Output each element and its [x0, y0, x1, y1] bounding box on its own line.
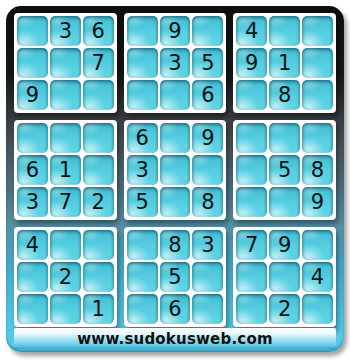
cell-r5c6[interactable]: [192, 155, 223, 185]
cell-r9c5[interactable]: 6: [160, 294, 191, 324]
sudoku-box-2-2: 69358: [124, 120, 227, 220]
footer-bar: www.sudokusweb.com: [14, 328, 336, 349]
cell-r7c8[interactable]: 9: [269, 230, 300, 260]
cell-r4c9[interactable]: [302, 123, 333, 153]
cell-r6c9[interactable]: 9: [302, 187, 333, 217]
cell-r3c2[interactable]: [50, 80, 81, 110]
cell-r1c7[interactable]: 4: [236, 16, 267, 46]
cell-r8c9[interactable]: 4: [302, 262, 333, 292]
sudoku-box-3-2: 8356: [124, 227, 227, 327]
cell-r4c6[interactable]: 9: [192, 123, 223, 153]
cell-r7c7[interactable]: 7: [236, 230, 267, 260]
cell-r9c1[interactable]: [17, 294, 48, 324]
cell-r1c2[interactable]: 3: [50, 16, 81, 46]
cell-r4c1[interactable]: [17, 123, 48, 153]
cell-r3c7[interactable]: [236, 80, 267, 110]
cell-r8c4[interactable]: [127, 262, 158, 292]
cell-r9c2[interactable]: [50, 294, 81, 324]
cell-r4c8[interactable]: [269, 123, 300, 153]
cell-r5c4[interactable]: 3: [127, 155, 158, 185]
cell-r1c9[interactable]: [302, 16, 333, 46]
cell-r2c2[interactable]: [50, 48, 81, 78]
cell-r7c6[interactable]: 3: [192, 230, 223, 260]
cell-r1c1[interactable]: [17, 16, 48, 46]
cell-r1c4[interactable]: [127, 16, 158, 46]
cell-r2c9[interactable]: [302, 48, 333, 78]
cell-r6c4[interactable]: 5: [127, 187, 158, 217]
cell-r8c6[interactable]: [192, 262, 223, 292]
cell-r2c1[interactable]: [17, 48, 48, 78]
cell-r6c6[interactable]: 8: [192, 187, 223, 217]
cell-r8c7[interactable]: [236, 262, 267, 292]
cell-r2c6[interactable]: 5: [192, 48, 223, 78]
cell-r5c2[interactable]: 1: [50, 155, 81, 185]
sudoku-box-1-2: 9356: [124, 13, 227, 113]
cell-r7c5[interactable]: 8: [160, 230, 191, 260]
cell-r2c4[interactable]: [127, 48, 158, 78]
cell-r9c6[interactable]: [192, 294, 223, 324]
sudoku-board: 367993564918613726935858942183567942 www…: [6, 6, 344, 352]
cell-r6c8[interactable]: [269, 187, 300, 217]
cell-r2c8[interactable]: 1: [269, 48, 300, 78]
cell-r7c2[interactable]: [50, 230, 81, 260]
cell-r5c5[interactable]: [160, 155, 191, 185]
cell-r4c5[interactable]: [160, 123, 191, 153]
cell-r7c4[interactable]: [127, 230, 158, 260]
sudoku-box-1-3: 4918: [233, 13, 336, 113]
cell-r1c3[interactable]: 6: [83, 16, 114, 46]
cell-r8c8[interactable]: [269, 262, 300, 292]
cell-r6c3[interactable]: 2: [83, 187, 114, 217]
cell-r4c4[interactable]: 6: [127, 123, 158, 153]
cell-r7c9[interactable]: [302, 230, 333, 260]
cell-r8c2[interactable]: 2: [50, 262, 81, 292]
sudoku-box-2-1: 61372: [14, 120, 117, 220]
cell-r3c6[interactable]: 6: [192, 80, 223, 110]
cell-r4c2[interactable]: [50, 123, 81, 153]
cell-r5c1[interactable]: 6: [17, 155, 48, 185]
cell-r8c5[interactable]: 5: [160, 262, 191, 292]
cell-r6c2[interactable]: 7: [50, 187, 81, 217]
cell-r9c8[interactable]: 2: [269, 294, 300, 324]
cell-r4c3[interactable]: [83, 123, 114, 153]
cell-r5c7[interactable]: [236, 155, 267, 185]
cell-r6c7[interactable]: [236, 187, 267, 217]
sudoku-board-grid: 367993564918613726935858942183567942: [14, 13, 336, 327]
cell-r2c5[interactable]: 3: [160, 48, 191, 78]
cell-r6c1[interactable]: 3: [17, 187, 48, 217]
cell-r3c8[interactable]: 8: [269, 80, 300, 110]
sudoku-box-1-1: 3679: [14, 13, 117, 113]
cell-r2c3[interactable]: 7: [83, 48, 114, 78]
cell-r6c5[interactable]: [160, 187, 191, 217]
cell-r3c9[interactable]: [302, 80, 333, 110]
sudoku-box-3-3: 7942: [233, 227, 336, 327]
cell-r8c3[interactable]: [83, 262, 114, 292]
cell-r4c7[interactable]: [236, 123, 267, 153]
cell-r9c9[interactable]: [302, 294, 333, 324]
cell-r3c1[interactable]: 9: [17, 80, 48, 110]
sudoku-box-2-3: 589: [233, 120, 336, 220]
cell-r1c8[interactable]: [269, 16, 300, 46]
sudoku-box-3-1: 421: [14, 227, 117, 327]
cell-r7c1[interactable]: 4: [17, 230, 48, 260]
cell-r9c7[interactable]: [236, 294, 267, 324]
cell-r5c8[interactable]: 5: [269, 155, 300, 185]
site-url-link[interactable]: www.sudokusweb.com: [77, 330, 272, 348]
cell-r3c3[interactable]: [83, 80, 114, 110]
cell-r1c6[interactable]: [192, 16, 223, 46]
cell-r5c9[interactable]: 8: [302, 155, 333, 185]
cell-r1c5[interactable]: 9: [160, 16, 191, 46]
cell-r5c3[interactable]: [83, 155, 114, 185]
cell-r3c4[interactable]: [127, 80, 158, 110]
cell-r2c7[interactable]: 9: [236, 48, 267, 78]
cell-r9c4[interactable]: [127, 294, 158, 324]
cell-r7c3[interactable]: [83, 230, 114, 260]
cell-r8c1[interactable]: [17, 262, 48, 292]
cell-r9c3[interactable]: 1: [83, 294, 114, 324]
cell-r3c5[interactable]: [160, 80, 191, 110]
